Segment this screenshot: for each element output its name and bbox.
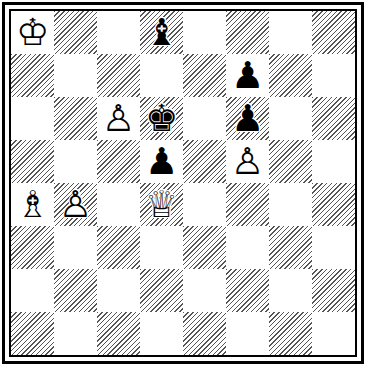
square-c5[interactable] [97,140,140,183]
square-f8[interactable] [226,11,269,54]
square-c2[interactable] [97,269,140,312]
chess-board: ♚♔♝♝♟♟♟♙♚♚♟♟♟♟♟♙♝♗♟♙♛♕ [11,11,355,355]
square-b6[interactable] [54,97,97,140]
square-e4[interactable] [183,183,226,226]
piece-black-bishop: ♝♝ [140,11,183,54]
square-f7[interactable]: ♟♟ [226,54,269,97]
square-d2[interactable] [140,269,183,312]
square-d4[interactable]: ♛♕ [140,183,183,226]
square-a2[interactable] [11,269,54,312]
square-g3[interactable] [269,226,312,269]
piece-white-pawn: ♟♙ [226,140,269,183]
square-c1[interactable] [97,312,140,355]
square-c8[interactable] [97,11,140,54]
square-b1[interactable] [54,312,97,355]
square-a1[interactable] [11,312,54,355]
square-e6[interactable] [183,97,226,140]
square-c6[interactable]: ♟♙ [97,97,140,140]
square-g2[interactable] [269,269,312,312]
white-pawn-glyph: ♙ [102,97,135,140]
square-h1[interactable] [312,312,355,355]
square-c4[interactable] [97,183,140,226]
square-d6[interactable]: ♚♚ [140,97,183,140]
square-e5[interactable] [183,140,226,183]
square-d5[interactable]: ♟♟ [140,140,183,183]
square-g5[interactable] [269,140,312,183]
piece-black-king: ♚♚ [140,97,183,140]
square-h4[interactable] [312,183,355,226]
square-d3[interactable] [140,226,183,269]
piece-black-pawn: ♟♟ [140,140,183,183]
black-pawn-glyph: ♟ [145,140,178,183]
square-f4[interactable] [226,183,269,226]
square-g7[interactable] [269,54,312,97]
square-b2[interactable] [54,269,97,312]
piece-white-king: ♚♔ [11,11,54,54]
piece-white-pawn: ♟♙ [97,97,140,140]
board-outer-frame: ♚♔♝♝♟♟♟♙♚♚♟♟♟♟♟♙♝♗♟♙♛♕ [2,2,364,364]
piece-white-bishop: ♝♗ [11,183,54,226]
board-inner-frame: ♚♔♝♝♟♟♟♙♚♚♟♟♟♟♟♙♝♗♟♙♛♕ [9,9,357,357]
square-a3[interactable] [11,226,54,269]
square-e3[interactable] [183,226,226,269]
square-b5[interactable] [54,140,97,183]
black-bishop-glyph: ♝ [145,11,178,54]
white-king-glyph: ♔ [16,11,49,54]
square-h3[interactable] [312,226,355,269]
black-pawn-glyph: ♟ [231,54,264,97]
square-g8[interactable] [269,11,312,54]
square-h5[interactable] [312,140,355,183]
square-e7[interactable] [183,54,226,97]
square-a4[interactable]: ♝♗ [11,183,54,226]
square-f2[interactable] [226,269,269,312]
white-pawn-glyph: ♙ [59,183,92,226]
square-h2[interactable] [312,269,355,312]
square-b3[interactable] [54,226,97,269]
square-e1[interactable] [183,312,226,355]
square-c3[interactable] [97,226,140,269]
black-pawn-glyph: ♟ [231,97,264,140]
square-e2[interactable] [183,269,226,312]
square-g6[interactable] [269,97,312,140]
square-a6[interactable] [11,97,54,140]
square-f3[interactable] [226,226,269,269]
square-g4[interactable] [269,183,312,226]
square-h7[interactable] [312,54,355,97]
white-bishop-glyph: ♗ [16,183,49,226]
square-d8[interactable]: ♝♝ [140,11,183,54]
white-pawn-glyph: ♙ [231,140,264,183]
piece-white-queen: ♛♕ [140,183,183,226]
piece-black-pawn: ♟♟ [226,97,269,140]
piece-white-pawn: ♟♙ [54,183,97,226]
square-c7[interactable] [97,54,140,97]
square-g1[interactable] [269,312,312,355]
white-queen-glyph: ♕ [145,183,178,226]
square-h8[interactable] [312,11,355,54]
square-f5[interactable]: ♟♙ [226,140,269,183]
black-king-glyph: ♚ [145,97,178,140]
square-d7[interactable] [140,54,183,97]
square-f1[interactable] [226,312,269,355]
square-b7[interactable] [54,54,97,97]
square-e8[interactable] [183,11,226,54]
square-a5[interactable] [11,140,54,183]
square-b8[interactable] [54,11,97,54]
square-a8[interactable]: ♚♔ [11,11,54,54]
square-b4[interactable]: ♟♙ [54,183,97,226]
square-a7[interactable] [11,54,54,97]
square-d1[interactable] [140,312,183,355]
piece-black-pawn: ♟♟ [226,54,269,97]
square-h6[interactable] [312,97,355,140]
square-f6[interactable]: ♟♟ [226,97,269,140]
